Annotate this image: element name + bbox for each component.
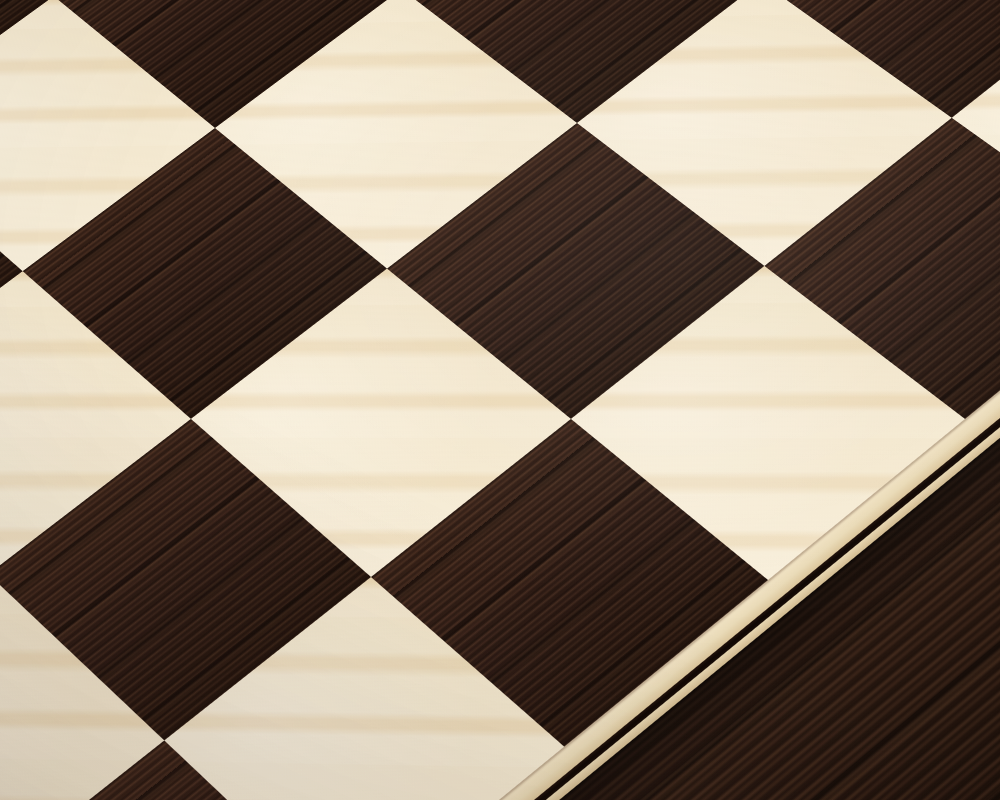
chess-board <box>0 0 1000 800</box>
chessboard-photo <box>0 0 1000 800</box>
